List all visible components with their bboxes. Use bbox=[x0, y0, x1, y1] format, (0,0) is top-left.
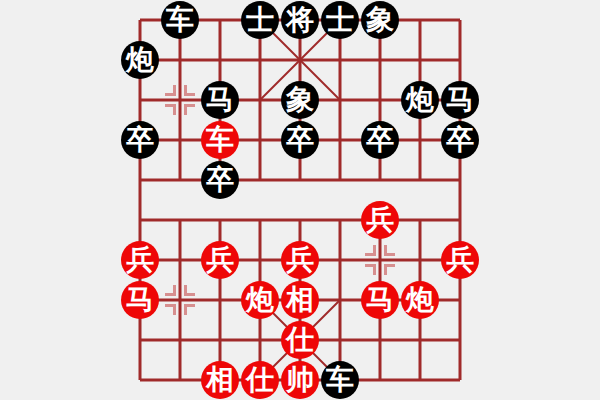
board-point-f0r3[interactable]: 卒 bbox=[120, 120, 160, 160]
board-point-f8r9[interactable] bbox=[440, 360, 480, 400]
star-point-marker bbox=[365, 245, 395, 275]
board-point-f8r2[interactable]: 马 bbox=[440, 80, 480, 120]
piece-black-soldier[interactable]: 卒 bbox=[201, 161, 239, 199]
board-point-f3r7[interactable]: 炮 bbox=[240, 280, 280, 320]
piece-red-horse[interactable]: 马 bbox=[121, 281, 159, 319]
board-point-f7r2[interactable]: 炮 bbox=[400, 80, 440, 120]
board-point-f5r1[interactable] bbox=[320, 40, 360, 80]
board-point-f4r6[interactable]: 兵 bbox=[280, 240, 320, 280]
board-point-f0r9[interactable] bbox=[120, 360, 160, 400]
board-point-f7r3[interactable] bbox=[400, 120, 440, 160]
board-point-f1r0[interactable]: 车 bbox=[160, 0, 200, 40]
board-point-f2r2[interactable]: 马 bbox=[200, 80, 240, 120]
board-point-f1r3[interactable] bbox=[160, 120, 200, 160]
star-corner-br bbox=[184, 304, 195, 315]
board-point-f5r0[interactable]: 士 bbox=[320, 0, 360, 40]
board-point-f3r1[interactable] bbox=[240, 40, 280, 80]
board-point-f1r2[interactable] bbox=[160, 80, 200, 120]
board-point-f0r5[interactable] bbox=[120, 200, 160, 240]
piece-red-advisor[interactable]: 仕 bbox=[281, 321, 319, 359]
piece-black-soldier[interactable]: 卒 bbox=[361, 121, 399, 159]
piece-red-elephant[interactable]: 相 bbox=[201, 361, 239, 399]
board-point-f3r0[interactable]: 士 bbox=[240, 0, 280, 40]
board-point-f7r8[interactable] bbox=[400, 320, 440, 360]
board-point-f5r2[interactable] bbox=[320, 80, 360, 120]
board-point-f8r3[interactable]: 卒 bbox=[440, 120, 480, 160]
board-point-f4r7[interactable]: 相 bbox=[280, 280, 320, 320]
piece-black-advisor[interactable]: 士 bbox=[241, 1, 279, 39]
board-point-f6r7[interactable]: 马 bbox=[360, 280, 400, 320]
star-corner-bl bbox=[165, 304, 176, 315]
piece-red-soldier[interactable]: 兵 bbox=[121, 241, 159, 279]
board-point-f4r4[interactable] bbox=[280, 160, 320, 200]
board-point-f4r8[interactable]: 仕 bbox=[280, 320, 320, 360]
board-point-f7r1[interactable] bbox=[400, 40, 440, 80]
xiangqi-board: 车士将士象炮马象炮马卒车卒卒卒卒兵兵兵兵兵马炮相马炮仕相仕帅车 bbox=[120, 0, 480, 400]
board-point-f6r1[interactable] bbox=[360, 40, 400, 80]
board-point-f0r6[interactable]: 兵 bbox=[120, 240, 160, 280]
board-point-f4r0[interactable]: 将 bbox=[280, 0, 320, 40]
star-corner-br bbox=[184, 104, 195, 115]
piece-red-horse[interactable]: 马 bbox=[361, 281, 399, 319]
piece-red-general[interactable]: 帅 bbox=[281, 361, 319, 399]
board-point-f5r3[interactable] bbox=[320, 120, 360, 160]
board-point-f2r9[interactable]: 相 bbox=[200, 360, 240, 400]
piece-black-soldier[interactable]: 卒 bbox=[281, 121, 319, 159]
board-point-f0r1[interactable]: 炮 bbox=[120, 40, 160, 80]
board-point-f7r5[interactable] bbox=[400, 200, 440, 240]
board-point-f6r4[interactable] bbox=[360, 160, 400, 200]
board-point-f5r6[interactable] bbox=[320, 240, 360, 280]
board-point-f4r1[interactable] bbox=[280, 40, 320, 80]
board-point-f6r2[interactable] bbox=[360, 80, 400, 120]
piece-red-chariot[interactable]: 车 bbox=[201, 121, 239, 159]
piece-red-cannon[interactable]: 炮 bbox=[401, 281, 439, 319]
board-point-f7r4[interactable] bbox=[400, 160, 440, 200]
board-point-f2r5[interactable] bbox=[200, 200, 240, 240]
board-point-f7r0[interactable] bbox=[400, 0, 440, 40]
piece-black-horse[interactable]: 马 bbox=[441, 81, 479, 119]
board-point-f6r9[interactable] bbox=[360, 360, 400, 400]
piece-black-cannon[interactable]: 炮 bbox=[121, 41, 159, 79]
board-point-f2r8[interactable] bbox=[200, 320, 240, 360]
board-point-f2r4[interactable]: 卒 bbox=[200, 160, 240, 200]
board-point-f7r6[interactable] bbox=[400, 240, 440, 280]
board-point-f5r7[interactable] bbox=[320, 280, 360, 320]
piece-black-general[interactable]: 将 bbox=[281, 1, 319, 39]
board-point-f1r8[interactable] bbox=[160, 320, 200, 360]
board-point-f2r6[interactable]: 兵 bbox=[200, 240, 240, 280]
board-point-f2r7[interactable] bbox=[200, 280, 240, 320]
piece-black-soldier[interactable]: 卒 bbox=[441, 121, 479, 159]
board-point-f1r5[interactable] bbox=[160, 200, 200, 240]
board-point-f1r7[interactable] bbox=[160, 280, 200, 320]
board-point-f8r5[interactable] bbox=[440, 200, 480, 240]
board-point-f6r5[interactable]: 兵 bbox=[360, 200, 400, 240]
board-point-f0r0[interactable] bbox=[120, 0, 160, 40]
board-point-f1r6[interactable] bbox=[160, 240, 200, 280]
board-point-f8r6[interactable]: 兵 bbox=[440, 240, 480, 280]
board-point-f3r8[interactable] bbox=[240, 320, 280, 360]
board-point-f1r9[interactable] bbox=[160, 360, 200, 400]
piece-black-advisor[interactable]: 士 bbox=[321, 1, 359, 39]
board-point-f4r9[interactable]: 帅 bbox=[280, 360, 320, 400]
star-corner-tl bbox=[165, 285, 176, 296]
xiangqi-app: 车士将士象炮马象炮马卒车卒卒卒卒兵兵兵兵兵马炮相马炮仕相仕帅车 bbox=[0, 0, 600, 400]
board-point-f0r8[interactable] bbox=[120, 320, 160, 360]
piece-red-advisor[interactable]: 仕 bbox=[241, 361, 279, 399]
star-corner-tr bbox=[184, 85, 195, 96]
board-point-f7r7[interactable]: 炮 bbox=[400, 280, 440, 320]
piece-red-elephant[interactable]: 相 bbox=[281, 281, 319, 319]
board-point-f5r4[interactable] bbox=[320, 160, 360, 200]
board-point-f4r5[interactable] bbox=[280, 200, 320, 240]
board-point-f6r6[interactable] bbox=[360, 240, 400, 280]
board-point-f1r1[interactable] bbox=[160, 40, 200, 80]
star-corner-tl bbox=[365, 245, 376, 256]
star-corner-bl bbox=[365, 264, 376, 275]
star-corner-tr bbox=[184, 285, 195, 296]
board-point-f4r2[interactable]: 象 bbox=[280, 80, 320, 120]
board-point-f0r4[interactable] bbox=[120, 160, 160, 200]
board-point-f4r3[interactable]: 卒 bbox=[280, 120, 320, 160]
board-point-f3r6[interactable] bbox=[240, 240, 280, 280]
board-point-f7r9[interactable] bbox=[400, 360, 440, 400]
piece-black-cannon[interactable]: 炮 bbox=[401, 81, 439, 119]
piece-black-soldier[interactable]: 卒 bbox=[121, 121, 159, 159]
board-point-f8r1[interactable] bbox=[440, 40, 480, 80]
board-point-f5r5[interactable] bbox=[320, 200, 360, 240]
piece-black-chariot[interactable]: 车 bbox=[161, 1, 199, 39]
piece-black-chariot[interactable]: 车 bbox=[321, 361, 359, 399]
board-point-f1r4[interactable] bbox=[160, 160, 200, 200]
board-point-f2r0[interactable] bbox=[200, 0, 240, 40]
star-corner-bl bbox=[165, 104, 176, 115]
piece-red-cannon[interactable]: 炮 bbox=[241, 281, 279, 319]
board-points-grid: 车士将士象炮马象炮马卒车卒卒卒卒兵兵兵兵兵马炮相马炮仕相仕帅车 bbox=[120, 0, 480, 400]
piece-red-soldier[interactable]: 兵 bbox=[361, 201, 399, 239]
board-point-f3r3[interactable] bbox=[240, 120, 280, 160]
star-point-marker bbox=[165, 285, 195, 315]
board-point-f6r3[interactable]: 卒 bbox=[360, 120, 400, 160]
board-point-f8r8[interactable] bbox=[440, 320, 480, 360]
board-point-f6r0[interactable]: 象 bbox=[360, 0, 400, 40]
board-point-f5r8[interactable] bbox=[320, 320, 360, 360]
board-point-f3r9[interactable]: 仕 bbox=[240, 360, 280, 400]
piece-red-soldier[interactable]: 兵 bbox=[441, 241, 479, 279]
board-point-f8r7[interactable] bbox=[440, 280, 480, 320]
piece-black-elephant[interactable]: 象 bbox=[281, 81, 319, 119]
board-point-f5r9[interactable]: 车 bbox=[320, 360, 360, 400]
piece-black-elephant[interactable]: 象 bbox=[361, 1, 399, 39]
piece-black-horse[interactable]: 马 bbox=[201, 81, 239, 119]
star-corner-tl bbox=[165, 85, 176, 96]
board-point-f0r2[interactable] bbox=[120, 80, 160, 120]
star-corner-tr bbox=[384, 245, 395, 256]
board-point-f3r4[interactable] bbox=[240, 160, 280, 200]
board-point-f3r5[interactable] bbox=[240, 200, 280, 240]
board-point-f3r2[interactable] bbox=[240, 80, 280, 120]
board-point-f6r8[interactable] bbox=[360, 320, 400, 360]
piece-red-soldier[interactable]: 兵 bbox=[281, 241, 319, 279]
piece-red-soldier[interactable]: 兵 bbox=[201, 241, 239, 279]
board-point-f2r3[interactable]: 车 bbox=[200, 120, 240, 160]
board-point-f8r0[interactable] bbox=[440, 0, 480, 40]
star-point-marker bbox=[165, 85, 195, 115]
board-point-f2r1[interactable] bbox=[200, 40, 240, 80]
star-corner-br bbox=[384, 264, 395, 275]
board-point-f0r7[interactable]: 马 bbox=[120, 280, 160, 320]
board-point-f8r4[interactable] bbox=[440, 160, 480, 200]
